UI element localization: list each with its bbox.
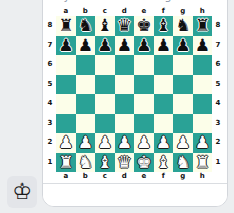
square-b1[interactable]: ♞ xyxy=(76,153,96,173)
square-h3[interactable] xyxy=(193,114,213,134)
square-e7[interactable]: ♟ xyxy=(134,36,154,56)
piece-black-bishop: ♝ xyxy=(97,17,112,34)
file-label-b: b xyxy=(76,7,96,16)
square-e2[interactable]: ♟ xyxy=(134,133,154,153)
square-e1[interactable]: ♚ xyxy=(134,153,154,173)
rank-label-8: 8 xyxy=(44,16,56,36)
file-label-g: g xyxy=(173,172,193,181)
square-c5[interactable] xyxy=(95,75,115,95)
file-label-h: h xyxy=(193,7,213,16)
piece-white-rook: ♜ xyxy=(58,154,73,171)
square-g4[interactable] xyxy=(173,94,193,114)
square-g7[interactable]: ♟ xyxy=(173,36,193,56)
rank-label-5: 5 xyxy=(44,75,56,95)
square-b5[interactable] xyxy=(76,75,96,95)
piece-white-pawn: ♟ xyxy=(195,134,210,151)
piece-black-pawn: ♟ xyxy=(175,37,190,54)
message-text: Play chess in messenger with m xyxy=(47,0,225,4)
square-g5[interactable] xyxy=(173,75,193,95)
square-a4[interactable] xyxy=(56,94,76,114)
rank-label-3: 3 xyxy=(212,114,224,134)
rank-label-2: 2 xyxy=(44,133,56,153)
rank-label-7: 7 xyxy=(212,36,224,56)
rank-label-6: 6 xyxy=(44,55,56,75)
square-g2[interactable]: ♟ xyxy=(173,133,193,153)
messenger-chess-screen: Play chess in messenger with m abcdefgh … xyxy=(0,0,234,213)
file-label-g: g xyxy=(173,7,193,16)
piece-white-king: ♚ xyxy=(136,154,151,171)
file-label-d: d xyxy=(115,7,135,16)
square-a6[interactable] xyxy=(56,55,76,75)
square-c4[interactable] xyxy=(95,94,115,114)
square-g6[interactable] xyxy=(173,55,193,75)
square-g8[interactable]: ♞ xyxy=(173,16,193,36)
square-a1[interactable]: ♜ xyxy=(56,153,76,173)
square-b7[interactable]: ♟ xyxy=(76,36,96,56)
piece-white-queen: ♛ xyxy=(117,154,132,171)
file-label-f: f xyxy=(154,172,174,181)
piece-white-pawn: ♟ xyxy=(156,134,171,151)
piece-white-rook: ♜ xyxy=(195,154,210,171)
rank-label-3: 3 xyxy=(44,114,56,134)
white-king-icon: ♔ xyxy=(12,181,32,203)
square-c6[interactable] xyxy=(95,55,115,75)
rank-label-4: 4 xyxy=(44,94,56,114)
square-a7[interactable]: ♟ xyxy=(56,36,76,56)
rank-label-4: 4 xyxy=(212,94,224,114)
square-d7[interactable]: ♟ xyxy=(115,36,135,56)
square-d6[interactable] xyxy=(115,55,135,75)
file-label-c: c xyxy=(95,7,115,16)
square-b8[interactable]: ♞ xyxy=(76,16,96,36)
square-f3[interactable] xyxy=(154,114,174,134)
rank-labels-right: 87654321 xyxy=(212,16,224,172)
piece-black-pawn: ♟ xyxy=(97,37,112,54)
piece-black-pawn: ♟ xyxy=(136,37,151,54)
file-labels-top: abcdefgh xyxy=(56,7,212,16)
square-c2[interactable]: ♟ xyxy=(95,133,115,153)
square-b4[interactable] xyxy=(76,94,96,114)
square-d5[interactable] xyxy=(115,75,135,95)
square-h4[interactable] xyxy=(193,94,213,114)
square-h8[interactable]: ♜ xyxy=(193,16,213,36)
file-label-b: b xyxy=(76,172,96,181)
piece-black-knight: ♞ xyxy=(78,17,93,34)
piece-black-queen: ♛ xyxy=(117,17,132,34)
file-label-a: a xyxy=(56,172,76,181)
bubble-footer xyxy=(43,184,227,206)
square-c8[interactable]: ♝ xyxy=(95,16,115,36)
square-h5[interactable] xyxy=(193,75,213,95)
square-d3[interactable] xyxy=(115,114,135,134)
piece-white-pawn: ♟ xyxy=(175,134,190,151)
piece-white-bishop: ♝ xyxy=(156,154,171,171)
rank-label-1: 1 xyxy=(212,153,224,173)
file-label-e: e xyxy=(134,172,154,181)
square-h7[interactable]: ♟ xyxy=(193,36,213,56)
piece-black-knight: ♞ xyxy=(175,17,190,34)
piece-white-pawn: ♟ xyxy=(136,134,151,151)
square-b6[interactable] xyxy=(76,55,96,75)
square-d1[interactable]: ♛ xyxy=(115,153,135,173)
file-label-a: a xyxy=(56,7,76,16)
piece-black-rook: ♜ xyxy=(58,17,73,34)
rank-label-7: 7 xyxy=(44,36,56,56)
square-e5[interactable] xyxy=(134,75,154,95)
square-e3[interactable] xyxy=(134,114,154,134)
square-f8[interactable]: ♝ xyxy=(154,16,174,36)
rank-label-1: 1 xyxy=(44,153,56,173)
piece-black-rook: ♜ xyxy=(195,17,210,34)
file-labels-bottom: abcdefgh xyxy=(56,172,212,181)
piece-black-pawn: ♟ xyxy=(58,37,73,54)
square-h2[interactable]: ♟ xyxy=(193,133,213,153)
square-f5[interactable] xyxy=(154,75,174,95)
square-a5[interactable] xyxy=(56,75,76,95)
square-b2[interactable]: ♟ xyxy=(76,133,96,153)
piece-black-pawn: ♟ xyxy=(117,37,132,54)
square-h1[interactable]: ♜ xyxy=(193,153,213,173)
file-label-d: d xyxy=(115,172,135,181)
square-f4[interactable] xyxy=(154,94,174,114)
square-d2[interactable]: ♟ xyxy=(115,133,135,153)
piece-white-pawn: ♟ xyxy=(117,134,132,151)
square-c1[interactable]: ♝ xyxy=(95,153,115,173)
square-e8[interactable]: ♚ xyxy=(134,16,154,36)
square-e6[interactable] xyxy=(134,55,154,75)
piece-white-knight: ♞ xyxy=(175,154,190,171)
piece-white-pawn: ♟ xyxy=(97,134,112,151)
square-a2[interactable]: ♟ xyxy=(56,133,76,153)
file-label-h: h xyxy=(193,172,213,181)
file-label-f: f xyxy=(154,7,174,16)
piece-black-pawn: ♟ xyxy=(195,37,210,54)
square-g1[interactable]: ♞ xyxy=(173,153,193,173)
piece-black-king: ♚ xyxy=(136,17,151,34)
chess-board-widget: abcdefgh 87654321 ♜♞♝♛♚♝♞♜♟♟♟♟♟♟♟♟♟♟♟♟♟♟… xyxy=(44,7,224,181)
square-f2[interactable]: ♟ xyxy=(154,133,174,153)
file-label-c: c xyxy=(95,172,115,181)
rank-label-5: 5 xyxy=(212,75,224,95)
rank-label-2: 2 xyxy=(212,133,224,153)
file-label-e: e xyxy=(134,7,154,16)
piece-black-bishop: ♝ xyxy=(156,17,171,34)
square-f7[interactable]: ♟ xyxy=(154,36,174,56)
square-f6[interactable] xyxy=(154,55,174,75)
chat-message-bubble: Play chess in messenger with m abcdefgh … xyxy=(42,0,228,207)
chess-game-button[interactable]: ♔ xyxy=(7,176,37,208)
square-h6[interactable] xyxy=(193,55,213,75)
square-f1[interactable]: ♝ xyxy=(154,153,174,173)
square-c7[interactable]: ♟ xyxy=(95,36,115,56)
piece-white-bishop: ♝ xyxy=(97,154,112,171)
square-a8[interactable]: ♜ xyxy=(56,16,76,36)
piece-white-pawn: ♟ xyxy=(58,134,73,151)
square-d8[interactable]: ♛ xyxy=(115,16,135,36)
chess-board[interactable]: ♜♞♝♛♚♝♞♜♟♟♟♟♟♟♟♟♟♟♟♟♟♟♟♟♜♞♝♛♚♝♞♜ xyxy=(56,16,212,172)
square-g3[interactable] xyxy=(173,114,193,134)
rank-label-6: 6 xyxy=(212,55,224,75)
piece-black-pawn: ♟ xyxy=(156,37,171,54)
square-e4[interactable] xyxy=(134,94,154,114)
square-a3[interactable] xyxy=(56,114,76,134)
piece-white-pawn: ♟ xyxy=(78,134,93,151)
piece-black-pawn: ♟ xyxy=(78,37,93,54)
rank-labels-left: 87654321 xyxy=(44,16,56,172)
square-b3[interactable] xyxy=(76,114,96,134)
rank-label-8: 8 xyxy=(212,16,224,36)
square-d4[interactable] xyxy=(115,94,135,114)
square-c3[interactable] xyxy=(95,114,115,134)
piece-white-knight: ♞ xyxy=(78,154,93,171)
